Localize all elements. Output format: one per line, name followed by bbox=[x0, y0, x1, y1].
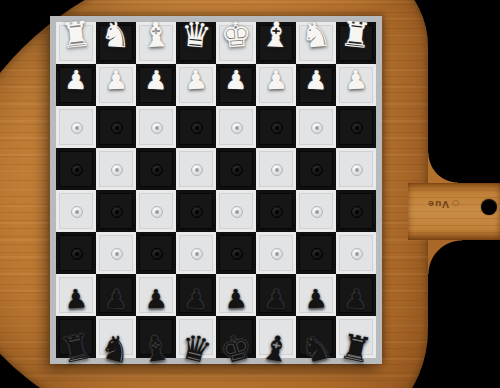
brand-ring-icon: ○ bbox=[451, 200, 459, 209]
piece-wP[interactable]: ♟ bbox=[95, 58, 136, 101]
square-a3[interactable] bbox=[56, 106, 96, 148]
piece-wN[interactable]: ♞ bbox=[94, 11, 139, 58]
square-h6[interactable] bbox=[336, 232, 376, 274]
piece-wP[interactable]: ♟ bbox=[255, 58, 296, 101]
piece-wB[interactable]: ♝ bbox=[254, 11, 298, 57]
lego-baseplate: ♜♞♝♛♚♝♞♜♟♟♟♟♟♟♟♟♟♟♟♟♟♟♟♟♜♞♝♛♚♝♞♜ bbox=[50, 16, 382, 364]
piece-wK[interactable]: ♚ bbox=[214, 11, 259, 58]
square-b7[interactable]: ♟ bbox=[96, 274, 136, 316]
lego-stud bbox=[151, 206, 163, 218]
square-c7[interactable]: ♟ bbox=[136, 274, 176, 316]
square-c4[interactable] bbox=[136, 148, 176, 190]
piece-wP[interactable]: ♟ bbox=[175, 58, 217, 102]
piece-bB[interactable]: ♝ bbox=[132, 323, 180, 373]
lego-stud bbox=[151, 248, 163, 260]
piece-wQ[interactable]: ♛ bbox=[173, 10, 219, 58]
stud-hole bbox=[235, 168, 239, 172]
handle-bottom-fillet bbox=[428, 240, 462, 274]
square-f7[interactable]: ♟ bbox=[256, 274, 296, 316]
piece-bP[interactable]: ♟ bbox=[335, 277, 378, 322]
square-e5[interactable] bbox=[216, 190, 256, 232]
piece-wP[interactable]: ♟ bbox=[135, 58, 177, 102]
stud-hole bbox=[155, 252, 159, 256]
stud-hole bbox=[275, 210, 279, 214]
square-a7[interactable]: ♟ bbox=[56, 274, 96, 316]
stud-hole bbox=[235, 126, 239, 130]
lego-stud bbox=[311, 164, 323, 176]
stud-hole bbox=[155, 168, 159, 172]
lego-stud bbox=[231, 248, 243, 260]
lego-stud bbox=[191, 248, 203, 260]
stud-hole bbox=[195, 126, 199, 130]
stud-hole bbox=[315, 168, 319, 172]
square-d2[interactable]: ♟ bbox=[176, 64, 216, 106]
stud-hole bbox=[275, 252, 279, 256]
stud-hole bbox=[355, 210, 359, 214]
square-b2[interactable]: ♟ bbox=[96, 64, 136, 106]
stud-hole bbox=[195, 168, 199, 172]
lego-stud bbox=[271, 122, 283, 134]
square-e7[interactable]: ♟ bbox=[216, 274, 256, 316]
stud-hole bbox=[75, 168, 79, 172]
square-f3[interactable] bbox=[256, 106, 296, 148]
piece-wP[interactable]: ♟ bbox=[295, 58, 337, 102]
stud-hole bbox=[275, 126, 279, 130]
lego-stud bbox=[271, 248, 283, 260]
photo-scene: ○ Vue ♜♞♝♛♚♝♞♜♟♟♟♟♟♟♟♟♟♟♟♟♟♟♟♟♜♞♝♛♚♝♞♜ bbox=[0, 0, 500, 388]
stud-hole bbox=[235, 252, 239, 256]
square-d7[interactable]: ♟ bbox=[176, 274, 216, 316]
square-g6[interactable] bbox=[296, 232, 336, 274]
square-f6[interactable] bbox=[256, 232, 296, 274]
lego-stud bbox=[151, 164, 163, 176]
square-c6[interactable] bbox=[136, 232, 176, 274]
lego-stud bbox=[71, 164, 83, 176]
square-g4[interactable] bbox=[296, 148, 336, 190]
square-f4[interactable] bbox=[256, 148, 296, 190]
stud-hole bbox=[315, 126, 319, 130]
lego-stud bbox=[191, 206, 203, 218]
stud-hole bbox=[115, 168, 119, 172]
stud-hole bbox=[75, 210, 79, 214]
square-d4[interactable] bbox=[176, 148, 216, 190]
square-c3[interactable] bbox=[136, 106, 176, 148]
square-b5[interactable] bbox=[96, 190, 136, 232]
brand-text: Vue bbox=[427, 199, 449, 209]
piece-wR[interactable]: ♜ bbox=[53, 10, 99, 58]
square-b4[interactable] bbox=[96, 148, 136, 190]
piece-bR[interactable]: ♜ bbox=[331, 322, 381, 374]
stud-hole bbox=[115, 126, 119, 130]
piece-wP[interactable]: ♟ bbox=[55, 58, 96, 101]
square-c5[interactable] bbox=[136, 190, 176, 232]
stud-hole bbox=[275, 168, 279, 172]
lego-stud bbox=[311, 248, 323, 260]
square-d3[interactable] bbox=[176, 106, 216, 148]
lego-stud bbox=[191, 122, 203, 134]
square-g5[interactable] bbox=[296, 190, 336, 232]
square-b6[interactable] bbox=[96, 232, 136, 274]
lego-stud bbox=[71, 248, 83, 260]
square-f8[interactable]: ♝ bbox=[256, 316, 296, 358]
lego-stud bbox=[111, 248, 123, 260]
square-h7[interactable]: ♟ bbox=[336, 274, 376, 316]
square-e3[interactable] bbox=[216, 106, 256, 148]
stud-hole bbox=[195, 210, 199, 214]
square-e6[interactable] bbox=[216, 232, 256, 274]
stud-hole bbox=[155, 126, 159, 130]
square-b8[interactable]: ♞ bbox=[96, 316, 136, 358]
lego-stud bbox=[231, 122, 243, 134]
lego-stud bbox=[351, 122, 363, 134]
square-b3[interactable] bbox=[96, 106, 136, 148]
lego-stud bbox=[311, 206, 323, 218]
square-a8[interactable]: ♜ bbox=[56, 316, 96, 358]
lego-stud bbox=[71, 122, 83, 134]
square-a5[interactable] bbox=[56, 190, 96, 232]
lego-stud bbox=[351, 248, 363, 260]
square-h5[interactable] bbox=[336, 190, 376, 232]
lego-stud bbox=[151, 122, 163, 134]
piece-wB[interactable]: ♝ bbox=[134, 11, 178, 57]
square-a2[interactable]: ♟ bbox=[56, 64, 96, 106]
stud-hole bbox=[355, 168, 359, 172]
piece-bP[interactable]: ♟ bbox=[55, 277, 98, 322]
square-d5[interactable] bbox=[176, 190, 216, 232]
piece-bP[interactable]: ♟ bbox=[295, 277, 337, 321]
lego-stud bbox=[111, 122, 123, 134]
stud-hole bbox=[115, 210, 119, 214]
square-f2[interactable]: ♟ bbox=[256, 64, 296, 106]
handle-top-fillet bbox=[428, 153, 458, 183]
square-c2[interactable]: ♟ bbox=[136, 64, 176, 106]
lego-stud bbox=[271, 206, 283, 218]
piece-wP[interactable]: ♟ bbox=[215, 58, 256, 101]
lego-stud bbox=[351, 206, 363, 218]
hanging-hole bbox=[481, 199, 497, 215]
stud-hole bbox=[235, 210, 239, 214]
piece-bP[interactable]: ♟ bbox=[215, 277, 257, 321]
square-e4[interactable] bbox=[216, 148, 256, 190]
lego-stud bbox=[71, 206, 83, 218]
piece-wN[interactable]: ♞ bbox=[293, 10, 339, 58]
piece-bP[interactable]: ♟ bbox=[95, 277, 137, 321]
square-d6[interactable] bbox=[176, 232, 216, 274]
stud-hole bbox=[315, 252, 319, 256]
stud-hole bbox=[75, 126, 79, 130]
stud-hole bbox=[315, 210, 319, 214]
square-a4[interactable] bbox=[56, 148, 96, 190]
square-g2[interactable]: ♟ bbox=[296, 64, 336, 106]
brand-engraving: ○ Vue bbox=[419, 196, 467, 212]
square-a6[interactable] bbox=[56, 232, 96, 274]
square-f5[interactable] bbox=[256, 190, 296, 232]
piece-wR[interactable]: ♜ bbox=[333, 10, 379, 58]
lego-stud bbox=[351, 164, 363, 176]
stud-hole bbox=[355, 126, 359, 130]
square-g3[interactable] bbox=[296, 106, 336, 148]
piece-wP[interactable]: ♟ bbox=[335, 58, 377, 102]
piece-bP[interactable]: ♟ bbox=[135, 277, 176, 320]
stud-hole bbox=[195, 252, 199, 256]
piece-bP[interactable]: ♟ bbox=[255, 277, 296, 320]
stud-hole bbox=[115, 252, 119, 256]
lego-stud bbox=[271, 164, 283, 176]
square-g7[interactable]: ♟ bbox=[296, 274, 336, 316]
stud-hole bbox=[355, 252, 359, 256]
square-d8[interactable]: ♛ bbox=[176, 316, 216, 358]
square-h8[interactable]: ♜ bbox=[336, 316, 376, 358]
square-g8[interactable]: ♞ bbox=[296, 316, 336, 358]
lego-stud bbox=[111, 206, 123, 218]
lego-stud bbox=[231, 206, 243, 218]
square-e2[interactable]: ♟ bbox=[216, 64, 256, 106]
square-e8[interactable]: ♚ bbox=[216, 316, 256, 358]
square-h4[interactable] bbox=[336, 148, 376, 190]
piece-bP[interactable]: ♟ bbox=[175, 277, 218, 322]
square-h2[interactable]: ♟ bbox=[336, 64, 376, 106]
square-c8[interactable]: ♝ bbox=[136, 316, 176, 358]
chess-board: ♜♞♝♛♚♝♞♜♟♟♟♟♟♟♟♟♟♟♟♟♟♟♟♟♜♞♝♛♚♝♞♜ bbox=[56, 22, 376, 358]
lego-stud bbox=[191, 164, 203, 176]
lego-stud bbox=[231, 164, 243, 176]
stud-hole bbox=[75, 252, 79, 256]
lego-stud bbox=[311, 122, 323, 134]
square-h3[interactable] bbox=[336, 106, 376, 148]
stud-hole bbox=[155, 210, 159, 214]
lego-stud bbox=[111, 164, 123, 176]
